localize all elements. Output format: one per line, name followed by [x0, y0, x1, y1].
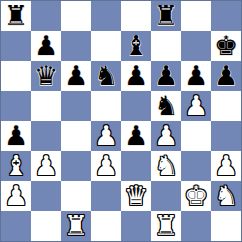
square-d1[interactable]: [91, 211, 121, 241]
square-f7[interactable]: [151, 31, 181, 61]
square-a3[interactable]: ♝: [1, 151, 31, 181]
square-c6[interactable]: ♟: [61, 61, 91, 91]
square-d3[interactable]: ♟: [91, 151, 121, 181]
square-b3[interactable]: ♟: [31, 151, 61, 181]
square-c1[interactable]: ♜: [61, 211, 91, 241]
square-e6[interactable]: ♟: [121, 61, 151, 91]
piece-black-knight[interactable]: ♞: [154, 92, 178, 119]
square-f8[interactable]: ♜: [151, 1, 181, 31]
square-b2[interactable]: [31, 181, 61, 211]
piece-black-pawn[interactable]: ♟: [214, 62, 238, 89]
square-g3[interactable]: [181, 151, 211, 181]
square-b1[interactable]: [31, 211, 61, 241]
square-b8[interactable]: [31, 1, 61, 31]
square-e1[interactable]: [121, 211, 151, 241]
square-h3[interactable]: ♟: [211, 151, 241, 181]
piece-black-pawn[interactable]: ♟: [124, 122, 148, 149]
square-d7[interactable]: [91, 31, 121, 61]
square-g8[interactable]: [181, 1, 211, 31]
square-g6[interactable]: ♟: [181, 61, 211, 91]
piece-black-king[interactable]: ♚: [214, 32, 238, 59]
square-a5[interactable]: [1, 91, 31, 121]
piece-white-king[interactable]: ♚: [184, 182, 208, 209]
piece-white-rook[interactable]: ♜: [64, 212, 88, 239]
square-g5[interactable]: ♟: [181, 91, 211, 121]
square-b7[interactable]: ♟: [31, 31, 61, 61]
piece-white-pawn[interactable]: ♟: [4, 182, 28, 209]
square-h6[interactable]: ♟: [211, 61, 241, 91]
piece-white-pawn[interactable]: ♟: [34, 152, 58, 179]
piece-black-pawn[interactable]: ♟: [154, 62, 178, 89]
square-c4[interactable]: [61, 121, 91, 151]
square-h8[interactable]: [211, 1, 241, 31]
square-a1[interactable]: [1, 211, 31, 241]
chess-board: ♜♜♟♝♚♛♟♞♟♟♟♟♞♟♟♟♟♟♝♟♟♞♟♟♛♚♞♜♜: [0, 0, 242, 242]
square-h4[interactable]: [211, 121, 241, 151]
piece-black-bishop[interactable]: ♝: [124, 32, 148, 59]
piece-black-pawn[interactable]: ♟: [34, 32, 58, 59]
square-c2[interactable]: [61, 181, 91, 211]
piece-black-queen[interactable]: ♛: [34, 62, 58, 89]
square-e8[interactable]: [121, 1, 151, 31]
piece-white-rook[interactable]: ♜: [154, 212, 178, 239]
piece-black-rook[interactable]: ♜: [4, 2, 28, 29]
piece-black-pawn[interactable]: ♟: [4, 122, 28, 149]
square-f4[interactable]: ♟: [151, 121, 181, 151]
piece-black-pawn[interactable]: ♟: [184, 62, 208, 89]
piece-black-pawn[interactable]: ♟: [64, 62, 88, 89]
square-f1[interactable]: ♜: [151, 211, 181, 241]
square-a4[interactable]: ♟: [1, 121, 31, 151]
square-e5[interactable]: [121, 91, 151, 121]
square-g1[interactable]: [181, 211, 211, 241]
square-d2[interactable]: [91, 181, 121, 211]
piece-white-pawn[interactable]: ♟: [214, 152, 238, 179]
square-g4[interactable]: [181, 121, 211, 151]
piece-white-bishop[interactable]: ♝: [4, 152, 28, 179]
piece-white-knight[interactable]: ♞: [154, 152, 178, 179]
square-c7[interactable]: [61, 31, 91, 61]
square-e7[interactable]: ♝: [121, 31, 151, 61]
square-e2[interactable]: ♛: [121, 181, 151, 211]
square-f3[interactable]: ♞: [151, 151, 181, 181]
square-d4[interactable]: ♟: [91, 121, 121, 151]
square-f5[interactable]: ♞: [151, 91, 181, 121]
square-c3[interactable]: [61, 151, 91, 181]
square-a8[interactable]: ♜: [1, 1, 31, 31]
square-a2[interactable]: ♟: [1, 181, 31, 211]
square-f2[interactable]: [151, 181, 181, 211]
square-h1[interactable]: [211, 211, 241, 241]
square-b6[interactable]: ♛: [31, 61, 61, 91]
square-g7[interactable]: [181, 31, 211, 61]
square-b5[interactable]: [31, 91, 61, 121]
square-d8[interactable]: [91, 1, 121, 31]
piece-white-pawn[interactable]: ♟: [94, 152, 118, 179]
square-g2[interactable]: ♚: [181, 181, 211, 211]
square-c8[interactable]: [61, 1, 91, 31]
square-a6[interactable]: [1, 61, 31, 91]
piece-black-pawn[interactable]: ♟: [124, 62, 148, 89]
piece-white-pawn[interactable]: ♟: [154, 122, 178, 149]
square-h5[interactable]: [211, 91, 241, 121]
square-e3[interactable]: [121, 151, 151, 181]
square-f6[interactable]: ♟: [151, 61, 181, 91]
square-h7[interactable]: ♚: [211, 31, 241, 61]
piece-white-pawn[interactable]: ♟: [94, 122, 118, 149]
square-d5[interactable]: [91, 91, 121, 121]
piece-white-pawn[interactable]: ♟: [184, 92, 208, 119]
piece-black-rook[interactable]: ♜: [154, 2, 178, 29]
piece-black-knight[interactable]: ♞: [94, 62, 118, 89]
square-e4[interactable]: ♟: [121, 121, 151, 151]
square-c5[interactable]: [61, 91, 91, 121]
square-b4[interactable]: [31, 121, 61, 151]
square-a7[interactable]: [1, 31, 31, 61]
square-h2[interactable]: ♞: [211, 181, 241, 211]
piece-white-knight[interactable]: ♞: [214, 182, 238, 209]
square-d6[interactable]: ♞: [91, 61, 121, 91]
piece-white-queen[interactable]: ♛: [124, 182, 148, 209]
